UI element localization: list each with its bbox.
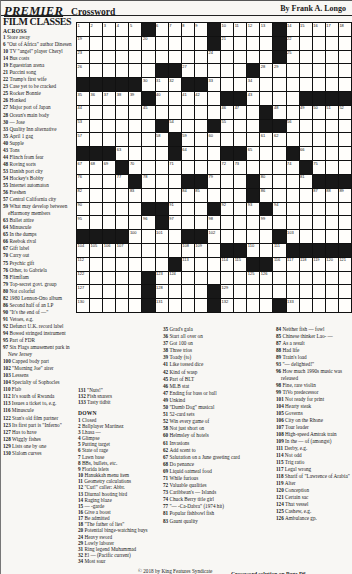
grid-cell[interactable]: 121 bbox=[339, 258, 351, 271]
crossword-grid[interactable]: 1234567891011121314151617181920212223242… bbox=[76, 22, 352, 313]
grid-cell[interactable]: 47 bbox=[234, 106, 246, 119]
grid-cell[interactable] bbox=[90, 175, 102, 188]
grid-cell[interactable] bbox=[234, 64, 246, 77]
grid-cell[interactable] bbox=[260, 230, 272, 243]
grid-cell[interactable] bbox=[260, 92, 272, 105]
grid-cell[interactable] bbox=[300, 216, 312, 229]
grid-cell[interactable] bbox=[313, 78, 325, 91]
grid-cell[interactable]: 132 bbox=[221, 299, 233, 312]
grid-cell[interactable] bbox=[116, 299, 128, 312]
grid-cell[interactable]: 33 bbox=[208, 78, 220, 91]
grid-cell[interactable]: 44 bbox=[77, 106, 89, 119]
grid-cell[interactable]: 36 bbox=[90, 92, 102, 105]
grid-cell[interactable]: 1 bbox=[77, 23, 89, 36]
grid-cell[interactable]: 38 bbox=[116, 92, 128, 105]
grid-cell[interactable] bbox=[169, 230, 181, 243]
grid-cell[interactable]: 113 bbox=[182, 258, 194, 271]
grid-cell[interactable] bbox=[208, 189, 220, 202]
grid-cell[interactable] bbox=[156, 175, 168, 188]
grid-cell[interactable] bbox=[182, 203, 194, 216]
grid-cell[interactable]: 10 bbox=[221, 23, 233, 36]
grid-cell[interactable]: 49 bbox=[300, 106, 312, 119]
grid-cell[interactable]: 5 bbox=[129, 23, 141, 36]
grid-cell[interactable] bbox=[300, 230, 312, 243]
grid-cell[interactable] bbox=[116, 120, 128, 133]
grid-cell[interactable] bbox=[116, 258, 128, 271]
grid-cell[interactable]: 87 bbox=[313, 189, 325, 202]
grid-cell[interactable]: 91 bbox=[169, 203, 181, 216]
grid-cell[interactable] bbox=[103, 216, 115, 229]
grid-cell[interactable]: 6 bbox=[156, 23, 168, 36]
grid-cell[interactable] bbox=[142, 133, 154, 146]
grid-cell[interactable] bbox=[195, 203, 207, 216]
grid-cell[interactable]: 96 bbox=[142, 216, 154, 229]
grid-cell[interactable] bbox=[195, 216, 207, 229]
grid-cell[interactable] bbox=[326, 285, 338, 298]
grid-cell[interactable] bbox=[326, 147, 338, 160]
grid-cell[interactable]: 129 bbox=[221, 285, 233, 298]
grid-cell[interactable] bbox=[195, 51, 207, 64]
grid-cell[interactable]: 65 bbox=[247, 147, 259, 160]
grid-cell[interactable] bbox=[129, 258, 141, 271]
grid-cell[interactable]: 51 bbox=[326, 106, 338, 119]
grid-cell[interactable] bbox=[234, 285, 246, 298]
grid-cell[interactable] bbox=[313, 230, 325, 243]
grid-cell[interactable]: 80 bbox=[260, 175, 272, 188]
grid-cell[interactable] bbox=[339, 51, 351, 64]
grid-cell[interactable] bbox=[234, 203, 246, 216]
grid-cell[interactable]: 90 bbox=[77, 203, 89, 216]
grid-cell[interactable] bbox=[129, 51, 141, 64]
grid-cell[interactable] bbox=[273, 92, 285, 105]
grid-cell[interactable]: 74 bbox=[287, 161, 299, 174]
grid-cell[interactable]: 39 bbox=[129, 92, 141, 105]
grid-cell[interactable]: 11 bbox=[234, 23, 246, 36]
grid-cell[interactable] bbox=[326, 203, 338, 216]
grid-cell[interactable]: 101 bbox=[156, 230, 168, 243]
grid-cell[interactable]: 109 bbox=[195, 244, 207, 257]
grid-cell[interactable] bbox=[300, 272, 312, 285]
grid-cell[interactable]: 94 bbox=[273, 203, 285, 216]
grid-cell[interactable] bbox=[129, 120, 141, 133]
grid-cell[interactable] bbox=[339, 147, 351, 160]
grid-cell[interactable]: 35 bbox=[77, 92, 89, 105]
grid-cell[interactable]: 71 bbox=[169, 161, 181, 174]
grid-cell[interactable] bbox=[90, 106, 102, 119]
grid-cell[interactable] bbox=[300, 133, 312, 146]
grid-cell[interactable] bbox=[90, 285, 102, 298]
grid-cell[interactable]: 16 bbox=[313, 23, 325, 36]
grid-cell[interactable] bbox=[169, 51, 181, 64]
grid-cell[interactable] bbox=[208, 272, 220, 285]
grid-cell[interactable]: 85 bbox=[195, 189, 207, 202]
grid-cell[interactable] bbox=[142, 51, 154, 64]
grid-cell[interactable]: 9 bbox=[195, 23, 207, 36]
grid-cell[interactable]: 12 bbox=[247, 23, 259, 36]
grid-cell[interactable]: 20 bbox=[142, 37, 154, 50]
grid-cell[interactable]: 81 bbox=[300, 175, 312, 188]
grid-cell[interactable] bbox=[90, 189, 102, 202]
grid-cell[interactable] bbox=[326, 216, 338, 229]
grid-cell[interactable] bbox=[129, 64, 141, 77]
grid-cell[interactable]: 117 bbox=[287, 258, 299, 271]
grid-cell[interactable] bbox=[90, 133, 102, 146]
grid-cell[interactable] bbox=[195, 258, 207, 271]
grid-cell[interactable] bbox=[313, 299, 325, 312]
grid-cell[interactable]: 29 bbox=[273, 64, 285, 77]
grid-cell[interactable] bbox=[287, 64, 299, 77]
grid-cell[interactable] bbox=[287, 78, 299, 91]
grid-cell[interactable] bbox=[300, 78, 312, 91]
grid-cell[interactable] bbox=[103, 175, 115, 188]
grid-cell[interactable] bbox=[339, 161, 351, 174]
grid-cell[interactable]: 53 bbox=[77, 120, 89, 133]
grid-cell[interactable]: 72 bbox=[221, 161, 233, 174]
grid-cell[interactable]: 40 bbox=[156, 92, 168, 105]
grid-cell[interactable] bbox=[129, 147, 141, 160]
grid-cell[interactable] bbox=[234, 78, 246, 91]
grid-cell[interactable]: 125 bbox=[247, 272, 259, 285]
grid-cell[interactable] bbox=[339, 272, 351, 285]
grid-cell[interactable]: 73 bbox=[234, 161, 246, 174]
grid-cell[interactable] bbox=[234, 37, 246, 50]
grid-cell[interactable] bbox=[103, 272, 115, 285]
grid-cell[interactable] bbox=[195, 106, 207, 119]
grid-cell[interactable]: 79 bbox=[208, 175, 220, 188]
grid-cell[interactable] bbox=[260, 244, 272, 257]
grid-cell[interactable]: 34 bbox=[247, 78, 259, 91]
grid-cell[interactable] bbox=[247, 216, 259, 229]
grid-cell[interactable]: 61 bbox=[260, 133, 272, 146]
grid-cell[interactable] bbox=[221, 133, 233, 146]
grid-cell[interactable] bbox=[116, 51, 128, 64]
grid-cell[interactable]: 133 bbox=[287, 299, 299, 312]
grid-cell[interactable] bbox=[195, 120, 207, 133]
grid-cell[interactable] bbox=[142, 120, 154, 133]
grid-cell[interactable] bbox=[339, 203, 351, 216]
grid-cell[interactable]: 48 bbox=[273, 106, 285, 119]
grid-cell[interactable] bbox=[90, 203, 102, 216]
grid-cell[interactable]: 98 bbox=[208, 216, 220, 229]
grid-cell[interactable] bbox=[103, 37, 115, 50]
grid-cell[interactable] bbox=[156, 147, 168, 160]
grid-cell[interactable] bbox=[313, 203, 325, 216]
grid-cell[interactable] bbox=[287, 203, 299, 216]
grid-cell[interactable] bbox=[326, 78, 338, 91]
grid-cell[interactable] bbox=[103, 203, 115, 216]
grid-cell[interactable] bbox=[221, 64, 233, 77]
grid-cell[interactable]: 114 bbox=[221, 258, 233, 271]
grid-cell[interactable]: 131 bbox=[156, 299, 168, 312]
grid-cell[interactable] bbox=[182, 51, 194, 64]
grid-cell[interactable] bbox=[339, 299, 351, 312]
grid-cell[interactable]: 75 bbox=[313, 161, 325, 174]
grid-cell[interactable] bbox=[287, 175, 299, 188]
grid-cell[interactable] bbox=[208, 147, 220, 160]
grid-cell[interactable] bbox=[90, 51, 102, 64]
grid-cell[interactable] bbox=[273, 216, 285, 229]
grid-cell[interactable] bbox=[234, 189, 246, 202]
grid-cell[interactable]: 67 bbox=[77, 161, 89, 174]
grid-cell[interactable]: 66 bbox=[300, 147, 312, 160]
grid-cell[interactable]: 103 bbox=[287, 230, 299, 243]
grid-cell[interactable] bbox=[313, 64, 325, 77]
grid-cell[interactable]: 76 bbox=[77, 175, 89, 188]
grid-cell[interactable]: 89 bbox=[339, 189, 351, 202]
grid-cell[interactable] bbox=[326, 37, 338, 50]
grid-cell[interactable] bbox=[156, 189, 168, 202]
grid-cell[interactable] bbox=[169, 175, 181, 188]
grid-cell[interactable] bbox=[287, 285, 299, 298]
grid-cell[interactable] bbox=[195, 133, 207, 146]
grid-cell[interactable] bbox=[116, 133, 128, 146]
grid-cell[interactable] bbox=[273, 272, 285, 285]
grid-cell[interactable]: 59 bbox=[182, 133, 194, 146]
grid-cell[interactable] bbox=[116, 106, 128, 119]
grid-cell[interactable]: 70 bbox=[129, 161, 141, 174]
grid-cell[interactable] bbox=[326, 120, 338, 133]
grid-cell[interactable] bbox=[247, 106, 259, 119]
grid-cell[interactable] bbox=[260, 161, 272, 174]
grid-cell[interactable]: 112 bbox=[77, 258, 89, 271]
grid-cell[interactable]: 57 bbox=[77, 133, 89, 146]
grid-cell[interactable] bbox=[103, 106, 115, 119]
grid-cell[interactable]: 54 bbox=[169, 120, 181, 133]
grid-cell[interactable] bbox=[156, 106, 168, 119]
grid-cell[interactable] bbox=[221, 230, 233, 243]
grid-cell[interactable]: 69 bbox=[103, 161, 115, 174]
grid-cell[interactable] bbox=[234, 299, 246, 312]
grid-cell[interactable]: 106 bbox=[103, 244, 115, 257]
grid-cell[interactable] bbox=[221, 272, 233, 285]
grid-cell[interactable] bbox=[273, 78, 285, 91]
grid-cell[interactable] bbox=[300, 37, 312, 50]
grid-cell[interactable] bbox=[116, 64, 128, 77]
grid-cell[interactable] bbox=[156, 37, 168, 50]
grid-cell[interactable] bbox=[313, 37, 325, 50]
grid-cell[interactable] bbox=[247, 299, 259, 312]
grid-cell[interactable] bbox=[247, 230, 259, 243]
grid-cell[interactable]: 83 bbox=[129, 189, 141, 202]
grid-cell[interactable]: 31 bbox=[156, 78, 168, 91]
grid-cell[interactable] bbox=[326, 161, 338, 174]
grid-cell[interactable] bbox=[273, 161, 285, 174]
grid-cell[interactable] bbox=[116, 203, 128, 216]
grid-cell[interactable] bbox=[129, 37, 141, 50]
grid-cell[interactable] bbox=[182, 299, 194, 312]
grid-cell[interactable] bbox=[313, 120, 325, 133]
grid-cell[interactable] bbox=[156, 51, 168, 64]
grid-cell[interactable]: 130 bbox=[77, 299, 89, 312]
grid-cell[interactable] bbox=[234, 230, 246, 243]
grid-cell[interactable]: 107 bbox=[116, 244, 128, 257]
grid-cell[interactable]: 104 bbox=[77, 244, 89, 257]
grid-cell[interactable] bbox=[247, 51, 259, 64]
grid-cell[interactable] bbox=[103, 299, 115, 312]
grid-cell[interactable] bbox=[195, 37, 207, 50]
grid-cell[interactable] bbox=[313, 133, 325, 146]
grid-cell[interactable]: 32 bbox=[169, 78, 181, 91]
grid-cell[interactable] bbox=[142, 230, 154, 243]
grid-cell[interactable] bbox=[156, 161, 168, 174]
grid-cell[interactable] bbox=[313, 147, 325, 160]
grid-cell[interactable]: 97 bbox=[169, 216, 181, 229]
grid-cell[interactable]: 63 bbox=[116, 147, 128, 160]
grid-cell[interactable] bbox=[90, 216, 102, 229]
grid-cell[interactable] bbox=[116, 216, 128, 229]
grid-cell[interactable]: 55 bbox=[221, 120, 233, 133]
grid-cell[interactable] bbox=[234, 133, 246, 146]
grid-cell[interactable] bbox=[195, 299, 207, 312]
grid-cell[interactable] bbox=[156, 258, 168, 271]
grid-cell[interactable]: 111 bbox=[273, 244, 285, 257]
grid-cell[interactable] bbox=[116, 272, 128, 285]
grid-cell[interactable] bbox=[234, 120, 246, 133]
grid-cell[interactable] bbox=[313, 216, 325, 229]
grid-cell[interactable] bbox=[129, 244, 141, 257]
grid-cell[interactable] bbox=[90, 258, 102, 271]
grid-cell[interactable] bbox=[273, 175, 285, 188]
grid-cell[interactable]: 23 bbox=[77, 51, 89, 64]
grid-cell[interactable] bbox=[169, 106, 181, 119]
grid-cell[interactable]: 56 bbox=[287, 120, 299, 133]
grid-cell[interactable]: 46 bbox=[221, 106, 233, 119]
grid-cell[interactable] bbox=[169, 37, 181, 50]
grid-cell[interactable] bbox=[195, 285, 207, 298]
grid-cell[interactable] bbox=[142, 258, 154, 271]
grid-cell[interactable] bbox=[169, 244, 181, 257]
grid-cell[interactable] bbox=[169, 189, 181, 202]
grid-cell[interactable] bbox=[260, 299, 272, 312]
grid-cell[interactable] bbox=[247, 161, 259, 174]
grid-cell[interactable] bbox=[339, 133, 351, 146]
grid-cell[interactable] bbox=[142, 64, 154, 77]
grid-cell[interactable] bbox=[103, 133, 115, 146]
grid-cell[interactable]: 82 bbox=[77, 189, 89, 202]
grid-cell[interactable]: 13 bbox=[260, 23, 272, 36]
grid-cell[interactable] bbox=[169, 92, 181, 105]
grid-cell[interactable]: 4 bbox=[116, 23, 128, 36]
grid-cell[interactable] bbox=[260, 78, 272, 91]
grid-cell[interactable] bbox=[234, 216, 246, 229]
grid-cell[interactable]: 88 bbox=[326, 189, 338, 202]
grid-cell[interactable] bbox=[221, 51, 233, 64]
grid-cell[interactable]: 2 bbox=[90, 23, 102, 36]
grid-cell[interactable] bbox=[129, 272, 141, 285]
grid-cell[interactable]: 93 bbox=[247, 203, 259, 216]
grid-cell[interactable] bbox=[142, 147, 154, 160]
grid-cell[interactable] bbox=[234, 272, 246, 285]
grid-cell[interactable] bbox=[260, 285, 272, 298]
grid-cell[interactable] bbox=[90, 64, 102, 77]
grid-cell[interactable] bbox=[260, 37, 272, 50]
grid-cell[interactable] bbox=[247, 285, 259, 298]
grid-cell[interactable] bbox=[116, 285, 128, 298]
grid-cell[interactable] bbox=[208, 106, 220, 119]
grid-cell[interactable] bbox=[339, 78, 351, 91]
grid-cell[interactable]: 86 bbox=[260, 189, 272, 202]
grid-cell[interactable] bbox=[142, 161, 154, 174]
grid-cell[interactable]: 115 bbox=[234, 258, 246, 271]
grid-cell[interactable]: 19 bbox=[77, 37, 89, 50]
grid-cell[interactable]: 95 bbox=[77, 216, 89, 229]
grid-cell[interactable]: 100 bbox=[129, 230, 141, 243]
grid-cell[interactable]: 118 bbox=[300, 258, 312, 271]
grid-cell[interactable] bbox=[103, 285, 115, 298]
grid-cell[interactable]: 42 bbox=[195, 92, 207, 105]
grid-cell[interactable] bbox=[195, 272, 207, 285]
grid-cell[interactable] bbox=[313, 285, 325, 298]
grid-cell[interactable]: 15 bbox=[300, 23, 312, 36]
grid-cell[interactable]: 43 bbox=[247, 92, 259, 105]
grid-cell[interactable]: 105 bbox=[90, 244, 102, 257]
grid-cell[interactable]: 26 bbox=[77, 64, 89, 77]
grid-cell[interactable]: 68 bbox=[90, 161, 102, 174]
grid-cell[interactable] bbox=[116, 37, 128, 50]
grid-cell[interactable]: 120 bbox=[326, 258, 338, 271]
grid-cell[interactable] bbox=[247, 120, 259, 133]
grid-cell[interactable] bbox=[195, 147, 207, 160]
grid-cell[interactable]: 27 bbox=[182, 64, 194, 77]
grid-cell[interactable] bbox=[103, 258, 115, 271]
grid-cell[interactable]: 37 bbox=[103, 92, 115, 105]
grid-cell[interactable] bbox=[326, 64, 338, 77]
grid-cell[interactable] bbox=[169, 299, 181, 312]
grid-cell[interactable] bbox=[300, 189, 312, 202]
grid-cell[interactable] bbox=[208, 244, 220, 257]
grid-cell[interactable] bbox=[287, 92, 299, 105]
grid-cell[interactable] bbox=[182, 120, 194, 133]
grid-cell[interactable]: 77 bbox=[116, 175, 128, 188]
grid-cell[interactable] bbox=[300, 203, 312, 216]
grid-cell[interactable] bbox=[90, 299, 102, 312]
grid-cell[interactable]: 60 bbox=[208, 133, 220, 146]
grid-cell[interactable] bbox=[339, 37, 351, 50]
grid-cell[interactable] bbox=[300, 120, 312, 133]
grid-cell[interactable] bbox=[182, 161, 194, 174]
grid-cell[interactable]: 119 bbox=[313, 258, 325, 271]
grid-cell[interactable]: 25 bbox=[287, 51, 299, 64]
grid-cell[interactable]: 18 bbox=[339, 23, 351, 36]
grid-cell[interactable] bbox=[300, 285, 312, 298]
grid-cell[interactable] bbox=[90, 272, 102, 285]
grid-cell[interactable] bbox=[326, 299, 338, 312]
grid-cell[interactable] bbox=[129, 133, 141, 146]
grid-cell[interactable] bbox=[182, 37, 194, 50]
grid-cell[interactable] bbox=[300, 64, 312, 77]
grid-cell[interactable] bbox=[221, 216, 233, 229]
grid-cell[interactable] bbox=[300, 51, 312, 64]
grid-cell[interactable]: 124 bbox=[169, 272, 181, 285]
grid-cell[interactable] bbox=[208, 92, 220, 105]
grid-cell[interactable]: 108 bbox=[182, 244, 194, 257]
grid-cell[interactable]: 126 bbox=[260, 272, 272, 285]
grid-cell[interactable]: 3 bbox=[103, 23, 115, 36]
grid-cell[interactable] bbox=[129, 299, 141, 312]
grid-cell[interactable] bbox=[103, 120, 115, 133]
grid-cell[interactable]: 123 bbox=[156, 272, 168, 285]
grid-cell[interactable] bbox=[247, 133, 259, 146]
grid-cell[interactable] bbox=[339, 285, 351, 298]
grid-cell[interactable] bbox=[260, 147, 272, 160]
grid-cell[interactable]: 52 bbox=[339, 106, 351, 119]
grid-cell[interactable] bbox=[129, 216, 141, 229]
grid-cell[interactable] bbox=[90, 37, 102, 50]
grid-cell[interactable]: 110 bbox=[247, 244, 259, 257]
grid-cell[interactable]: 7 bbox=[169, 23, 181, 36]
grid-cell[interactable] bbox=[129, 203, 141, 216]
grid-cell[interactable] bbox=[326, 230, 338, 243]
